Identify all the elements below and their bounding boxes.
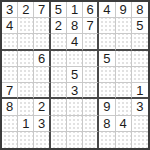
empty-cell-r3c9[interactable] xyxy=(132,34,148,50)
empty-cell-r3c2[interactable] xyxy=(18,34,34,50)
given-cell-r8c2: 1 xyxy=(18,116,34,132)
given-cell-r5c5: 5 xyxy=(67,67,83,83)
given-cell-r8c3: 3 xyxy=(34,116,50,132)
empty-cell-r5c9[interactable] xyxy=(132,67,148,83)
given-cell-r6c5: 3 xyxy=(67,83,83,99)
empty-cell-r2c8[interactable] xyxy=(116,18,132,34)
empty-cell-r5c4[interactable] xyxy=(51,67,67,83)
empty-cell-r3c3[interactable] xyxy=(34,34,50,50)
given-cell-r6c1: 7 xyxy=(2,83,18,99)
given-cell-r2c9: 5 xyxy=(132,18,148,34)
given-cell-r1c2: 2 xyxy=(18,2,34,18)
empty-cell-r4c5[interactable] xyxy=(67,51,83,67)
given-cell-r4c7: 5 xyxy=(99,51,115,67)
given-cell-r1c8: 9 xyxy=(116,2,132,18)
empty-cell-r7c5[interactable] xyxy=(67,99,83,115)
empty-cell-r5c3[interactable] xyxy=(34,67,50,83)
empty-cell-r3c4[interactable] xyxy=(51,34,67,50)
empty-cell-r4c8[interactable] xyxy=(116,51,132,67)
empty-cell-r4c6[interactable] xyxy=(83,51,99,67)
empty-cell-r9c2[interactable] xyxy=(18,132,34,148)
empty-cell-r4c1[interactable] xyxy=(2,51,18,67)
given-cell-r2c4: 2 xyxy=(51,18,67,34)
empty-cell-r8c4[interactable] xyxy=(51,116,67,132)
given-cell-r2c6: 7 xyxy=(83,18,99,34)
given-cell-r1c7: 4 xyxy=(99,2,115,18)
given-cell-r2c1: 4 xyxy=(2,18,18,34)
sudoku-board: 32751649842875465573182931384 xyxy=(0,0,150,150)
given-cell-r1c6: 6 xyxy=(83,2,99,18)
empty-cell-r3c8[interactable] xyxy=(116,34,132,50)
empty-cell-r2c7[interactable] xyxy=(99,18,115,34)
empty-cell-r6c8[interactable] xyxy=(116,83,132,99)
empty-cell-r9c9[interactable] xyxy=(132,132,148,148)
empty-cell-r8c6[interactable] xyxy=(83,116,99,132)
empty-cell-r4c9[interactable] xyxy=(132,51,148,67)
empty-cell-r9c8[interactable] xyxy=(116,132,132,148)
empty-cell-r9c5[interactable] xyxy=(67,132,83,148)
given-cell-r1c3: 7 xyxy=(34,2,50,18)
empty-cell-r9c6[interactable] xyxy=(83,132,99,148)
given-cell-r1c5: 1 xyxy=(67,2,83,18)
empty-cell-r3c6[interactable] xyxy=(83,34,99,50)
given-cell-r1c4: 5 xyxy=(51,2,67,18)
given-cell-r6c9: 1 xyxy=(132,83,148,99)
empty-cell-r5c1[interactable] xyxy=(2,67,18,83)
empty-cell-r7c4[interactable] xyxy=(51,99,67,115)
empty-cell-r6c7[interactable] xyxy=(99,83,115,99)
empty-cell-r7c8[interactable] xyxy=(116,99,132,115)
given-cell-r1c9: 8 xyxy=(132,2,148,18)
given-cell-r8c7: 8 xyxy=(99,116,115,132)
empty-cell-r3c1[interactable] xyxy=(2,34,18,50)
empty-cell-r6c4[interactable] xyxy=(51,83,67,99)
given-cell-r7c7: 9 xyxy=(99,99,115,115)
empty-cell-r9c7[interactable] xyxy=(99,132,115,148)
given-cell-r2c5: 8 xyxy=(67,18,83,34)
empty-cell-r7c6[interactable] xyxy=(83,99,99,115)
empty-cell-r5c6[interactable] xyxy=(83,67,99,83)
empty-cell-r2c3[interactable] xyxy=(34,18,50,34)
given-cell-r7c1: 8 xyxy=(2,99,18,115)
empty-cell-r4c4[interactable] xyxy=(51,51,67,67)
given-cell-r8c8: 4 xyxy=(116,116,132,132)
empty-cell-r4c2[interactable] xyxy=(18,51,34,67)
empty-cell-r3c7[interactable] xyxy=(99,34,115,50)
empty-cell-r8c5[interactable] xyxy=(67,116,83,132)
given-cell-r4c3: 6 xyxy=(34,51,50,67)
empty-cell-r5c8[interactable] xyxy=(116,67,132,83)
empty-cell-r6c3[interactable] xyxy=(34,83,50,99)
empty-cell-r6c6[interactable] xyxy=(83,83,99,99)
empty-cell-r6c2[interactable] xyxy=(18,83,34,99)
empty-cell-r7c2[interactable] xyxy=(18,99,34,115)
given-cell-r3c5: 4 xyxy=(67,34,83,50)
empty-cell-r5c7[interactable] xyxy=(99,67,115,83)
given-cell-r1c1: 3 xyxy=(2,2,18,18)
empty-cell-r5c2[interactable] xyxy=(18,67,34,83)
empty-cell-r2c2[interactable] xyxy=(18,18,34,34)
given-cell-r7c3: 2 xyxy=(34,99,50,115)
empty-cell-r9c4[interactable] xyxy=(51,132,67,148)
empty-cell-r8c9[interactable] xyxy=(132,116,148,132)
empty-cell-r9c1[interactable] xyxy=(2,132,18,148)
empty-cell-r9c3[interactable] xyxy=(34,132,50,148)
empty-cell-r8c1[interactable] xyxy=(2,116,18,132)
given-cell-r7c9: 3 xyxy=(132,99,148,115)
